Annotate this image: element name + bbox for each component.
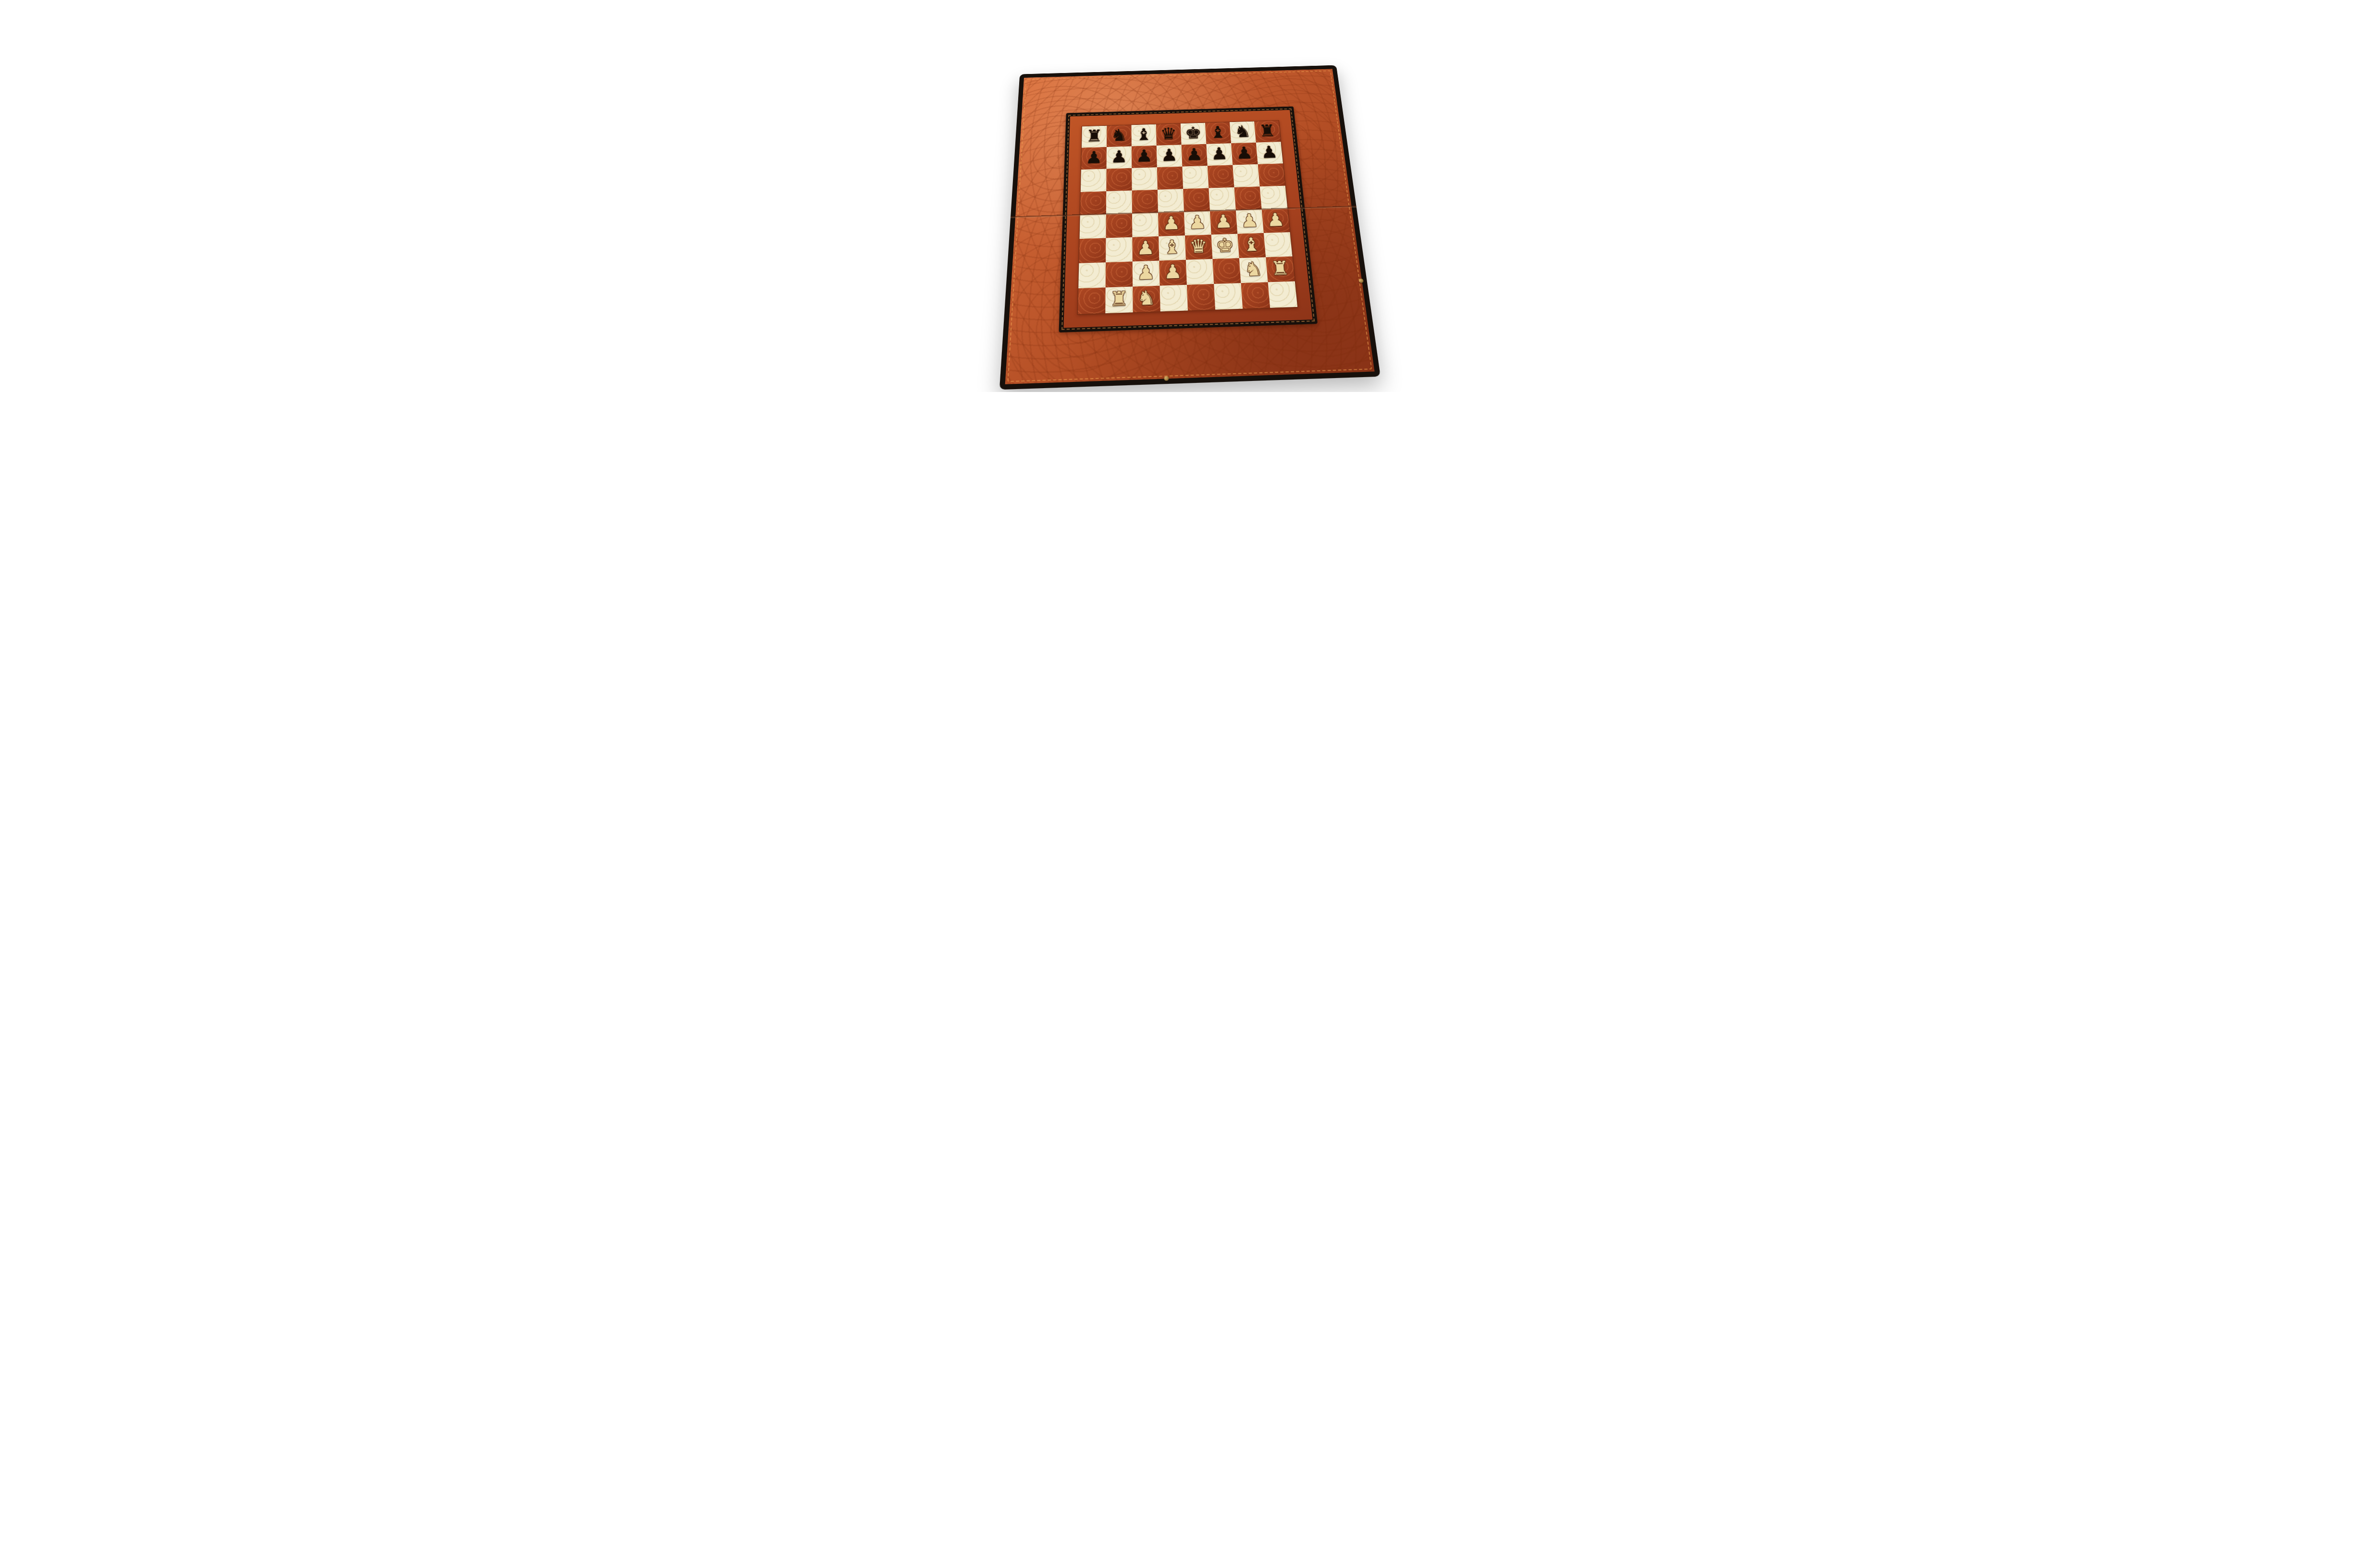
square-h1[interactable] bbox=[1268, 281, 1298, 307]
square-c2[interactable]: ♟ bbox=[1133, 260, 1160, 286]
square-b3[interactable] bbox=[1106, 237, 1133, 262]
square-b2[interactable] bbox=[1106, 261, 1133, 287]
square-g3[interactable]: ♝ bbox=[1237, 233, 1266, 258]
square-e2[interactable] bbox=[1186, 259, 1214, 285]
piece-white-pawn-f4[interactable]: ♟ bbox=[1214, 212, 1233, 231]
piece-white-bishop-d3[interactable]: ♝ bbox=[1163, 237, 1182, 257]
square-a1[interactable] bbox=[1078, 287, 1106, 314]
square-f7[interactable]: ♟ bbox=[1206, 143, 1233, 166]
piece-white-pawn-c3[interactable]: ♟ bbox=[1136, 238, 1155, 257]
square-e5[interactable] bbox=[1183, 188, 1210, 211]
piece-black-queen-d8[interactable]: ♛ bbox=[1160, 125, 1177, 142]
piece-black-knight-b8[interactable]: ♞ bbox=[1110, 127, 1127, 144]
piece-black-pawn-d7[interactable]: ♟ bbox=[1160, 147, 1178, 163]
square-b8[interactable]: ♞ bbox=[1107, 125, 1132, 147]
square-c7[interactable]: ♟ bbox=[1132, 146, 1157, 168]
square-b6[interactable] bbox=[1106, 168, 1132, 191]
square-a8[interactable]: ♜ bbox=[1082, 125, 1107, 147]
square-b7[interactable]: ♟ bbox=[1107, 146, 1132, 169]
square-c5[interactable] bbox=[1132, 189, 1158, 213]
square-f6[interactable] bbox=[1208, 165, 1234, 188]
square-a3[interactable] bbox=[1079, 238, 1106, 263]
piece-black-pawn-a7[interactable]: ♟ bbox=[1085, 149, 1102, 166]
piece-black-king-e8[interactable]: ♚ bbox=[1184, 124, 1202, 141]
square-a4[interactable] bbox=[1080, 214, 1106, 239]
square-h4[interactable]: ♟ bbox=[1262, 208, 1290, 233]
piece-black-pawn-c7[interactable]: ♟ bbox=[1135, 147, 1153, 164]
square-a5[interactable] bbox=[1080, 191, 1107, 215]
square-e1[interactable] bbox=[1187, 284, 1215, 310]
square-g4[interactable]: ♟ bbox=[1236, 209, 1264, 234]
square-e6[interactable] bbox=[1182, 166, 1209, 189]
piece-black-bishop-f8[interactable]: ♝ bbox=[1209, 124, 1227, 140]
piece-white-knight-c1[interactable]: ♞ bbox=[1137, 288, 1156, 308]
square-h5[interactable] bbox=[1260, 185, 1288, 209]
square-f1[interactable] bbox=[1214, 283, 1243, 309]
piece-white-king-f3[interactable]: ♚ bbox=[1216, 236, 1235, 255]
square-d7[interactable]: ♟ bbox=[1157, 145, 1183, 167]
brass-pin bbox=[1358, 278, 1364, 282]
square-g6[interactable] bbox=[1233, 164, 1259, 187]
square-d2[interactable]: ♟ bbox=[1159, 259, 1187, 285]
square-g1[interactable] bbox=[1241, 282, 1270, 308]
square-d1[interactable] bbox=[1160, 284, 1188, 311]
square-f3[interactable]: ♚ bbox=[1211, 233, 1239, 258]
piece-white-queen-e3[interactable]: ♛ bbox=[1189, 237, 1208, 256]
square-b1[interactable]: ♜ bbox=[1105, 286, 1133, 313]
square-b4[interactable] bbox=[1106, 213, 1132, 238]
square-a2[interactable] bbox=[1078, 262, 1106, 288]
square-g7[interactable]: ♟ bbox=[1231, 142, 1258, 165]
piece-white-pawn-h4[interactable]: ♟ bbox=[1266, 210, 1285, 229]
piece-white-rook-h2[interactable]: ♜ bbox=[1270, 258, 1290, 278]
square-e8[interactable]: ♚ bbox=[1181, 122, 1206, 145]
square-a6[interactable] bbox=[1081, 169, 1107, 192]
piece-black-pawn-e7[interactable]: ♟ bbox=[1185, 146, 1203, 162]
square-f4[interactable]: ♟ bbox=[1210, 210, 1237, 234]
piece-white-pawn-e4[interactable]: ♟ bbox=[1188, 213, 1207, 231]
photo-stage: ♜♞♝♛♚♝♞♜♟♟♟♟♟♟♟♟♟♟♟♟♟♟♝♛♚♝♟♟♞♜♜♞ bbox=[888, 0, 1480, 392]
square-g2[interactable]: ♞ bbox=[1239, 257, 1268, 283]
square-d4[interactable]: ♟ bbox=[1158, 212, 1185, 236]
piece-black-pawn-g7[interactable]: ♟ bbox=[1235, 144, 1254, 161]
piece-black-pawn-f7[interactable]: ♟ bbox=[1210, 145, 1229, 162]
square-f2[interactable] bbox=[1212, 258, 1241, 284]
piece-white-pawn-d2[interactable]: ♟ bbox=[1163, 262, 1182, 282]
square-d8[interactable]: ♛ bbox=[1156, 123, 1182, 146]
square-c6[interactable] bbox=[1132, 167, 1158, 190]
square-d5[interactable] bbox=[1158, 189, 1184, 213]
piece-white-rook-b1[interactable]: ♜ bbox=[1110, 289, 1128, 309]
square-d6[interactable] bbox=[1157, 166, 1183, 189]
piece-white-pawn-g4[interactable]: ♟ bbox=[1240, 211, 1259, 230]
square-c1[interactable]: ♞ bbox=[1133, 285, 1160, 312]
chess-board-grid: ♜♞♝♛♚♝♞♜♟♟♟♟♟♟♟♟♟♟♟♟♟♟♝♛♚♝♟♟♞♜♜♞ bbox=[1077, 120, 1298, 315]
square-h8[interactable]: ♜ bbox=[1254, 121, 1281, 142]
square-e3[interactable]: ♛ bbox=[1185, 234, 1212, 259]
square-d3[interactable]: ♝ bbox=[1159, 235, 1186, 260]
square-c8[interactable]: ♝ bbox=[1132, 124, 1157, 146]
square-b5[interactable] bbox=[1106, 190, 1132, 214]
square-e7[interactable]: ♟ bbox=[1182, 144, 1208, 166]
piece-white-bishop-g3[interactable]: ♝ bbox=[1242, 235, 1261, 254]
square-g8[interactable]: ♞ bbox=[1230, 121, 1256, 143]
square-a7[interactable]: ♟ bbox=[1081, 147, 1107, 170]
brass-pin bbox=[1164, 376, 1169, 380]
square-h2[interactable]: ♜ bbox=[1266, 256, 1295, 282]
square-c4[interactable] bbox=[1132, 212, 1159, 237]
square-c3[interactable]: ♟ bbox=[1132, 236, 1159, 261]
square-f8[interactable]: ♝ bbox=[1205, 122, 1231, 144]
piece-black-pawn-b7[interactable]: ♟ bbox=[1110, 148, 1128, 165]
square-g5[interactable] bbox=[1234, 186, 1261, 210]
piece-black-rook-a8[interactable]: ♜ bbox=[1085, 127, 1103, 144]
piece-black-knight-g8[interactable]: ♞ bbox=[1233, 123, 1252, 139]
piece-black-rook-h8[interactable]: ♜ bbox=[1258, 122, 1276, 139]
square-f5[interactable] bbox=[1209, 187, 1235, 210]
square-e4[interactable]: ♟ bbox=[1184, 211, 1211, 235]
leather-chess-case: ♜♞♝♛♚♝♞♜♟♟♟♟♟♟♟♟♟♟♟♟♟♟♝♛♚♝♟♟♞♜♜♞ bbox=[999, 65, 1381, 390]
piece-white-knight-g2[interactable]: ♞ bbox=[1244, 259, 1263, 279]
square-h7[interactable]: ♟ bbox=[1256, 142, 1283, 164]
square-h6[interactable] bbox=[1258, 163, 1285, 186]
square-h3[interactable] bbox=[1264, 232, 1293, 257]
piece-black-pawn-h7[interactable]: ♟ bbox=[1260, 144, 1279, 160]
piece-black-bishop-c8[interactable]: ♝ bbox=[1135, 126, 1153, 143]
stitched-inner-frame: ♜♞♝♛♚♝♞♜♟♟♟♟♟♟♟♟♟♟♟♟♟♟♝♛♚♝♟♟♞♜♜♞ bbox=[1059, 106, 1318, 332]
piece-white-pawn-d4[interactable]: ♟ bbox=[1162, 214, 1181, 232]
piece-white-pawn-c2[interactable]: ♟ bbox=[1137, 263, 1156, 282]
